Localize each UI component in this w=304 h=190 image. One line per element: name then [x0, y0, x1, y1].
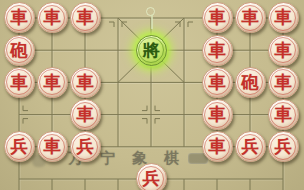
piece-label: 車	[77, 106, 94, 123]
piece-label: 車	[209, 73, 226, 90]
piece-車-red[interactable]: 車	[37, 131, 68, 162]
piece-車-red[interactable]: 車	[202, 67, 233, 98]
piece-label: 車	[209, 106, 226, 123]
piece-砲-red[interactable]: 砲	[4, 35, 35, 66]
piece-label: 車	[209, 9, 226, 26]
piece-車-red[interactable]: 車	[37, 2, 68, 33]
xiangqi-board[interactable]: 万宁象棋 車車車車車車砲將車車車車車車砲車車車車兵車兵車兵兵兵	[0, 0, 304, 190]
piece-label: 車	[275, 41, 292, 58]
piece-label: 砲	[242, 73, 259, 90]
piece-label: 車	[77, 73, 94, 90]
piece-車-red[interactable]: 車	[70, 99, 101, 130]
piece-車-red[interactable]: 車	[235, 2, 266, 33]
piece-label: 車	[11, 9, 28, 26]
piece-車-red[interactable]: 車	[268, 2, 299, 33]
piece-兵-red[interactable]: 兵	[4, 131, 35, 162]
piece-車-red[interactable]: 車	[202, 131, 233, 162]
piece-砲-red[interactable]: 砲	[235, 67, 266, 98]
piece-label: 兵	[275, 138, 292, 155]
piece-車-red[interactable]: 車	[4, 2, 35, 33]
piece-label: 車	[44, 138, 61, 155]
piece-兵-red[interactable]: 兵	[268, 131, 299, 162]
piece-label: 車	[209, 138, 226, 155]
piece-label: 車	[44, 73, 61, 90]
piece-label: 兵	[242, 138, 259, 155]
pieces-layer: 車車車車車車砲將車車車車車車砲車車車車兵車兵車兵兵兵	[3, 2, 300, 190]
piece-車-red[interactable]: 車	[268, 35, 299, 66]
piece-車-red[interactable]: 車	[268, 99, 299, 130]
piece-label: 車	[275, 106, 292, 123]
piece-兵-red[interactable]: 兵	[70, 131, 101, 162]
piece-車-red[interactable]: 車	[268, 67, 299, 98]
piece-label: 車	[11, 73, 28, 90]
piece-label: 車	[77, 9, 94, 26]
piece-label: 車	[44, 9, 61, 26]
piece-兵-red[interactable]: 兵	[235, 131, 266, 162]
piece-車-red[interactable]: 車	[4, 67, 35, 98]
piece-車-red[interactable]: 車	[70, 67, 101, 98]
piece-label: 車	[242, 9, 259, 26]
piece-label: 車	[209, 41, 226, 58]
piece-車-red[interactable]: 車	[202, 35, 233, 66]
piece-label: 將	[143, 41, 160, 58]
piece-車-red[interactable]: 車	[70, 2, 101, 33]
piece-label: 車	[275, 9, 292, 26]
piece-車-red[interactable]: 車	[202, 2, 233, 33]
piece-label: 車	[275, 73, 292, 90]
piece-label: 兵	[143, 170, 160, 187]
piece-車-red[interactable]: 車	[37, 67, 68, 98]
piece-兵-red[interactable]: 兵	[136, 163, 167, 190]
piece-label: 兵	[77, 138, 94, 155]
piece-車-red[interactable]: 車	[202, 99, 233, 130]
piece-label: 砲	[11, 41, 28, 58]
piece-label: 兵	[11, 138, 28, 155]
piece-將-green[interactable]: 將	[136, 35, 167, 66]
